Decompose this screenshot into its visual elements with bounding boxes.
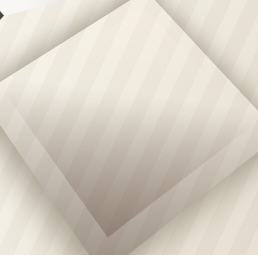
photo-scene (0, 0, 258, 255)
chess-board (6, 7, 253, 238)
marble-surface-corner (0, 0, 66, 17)
